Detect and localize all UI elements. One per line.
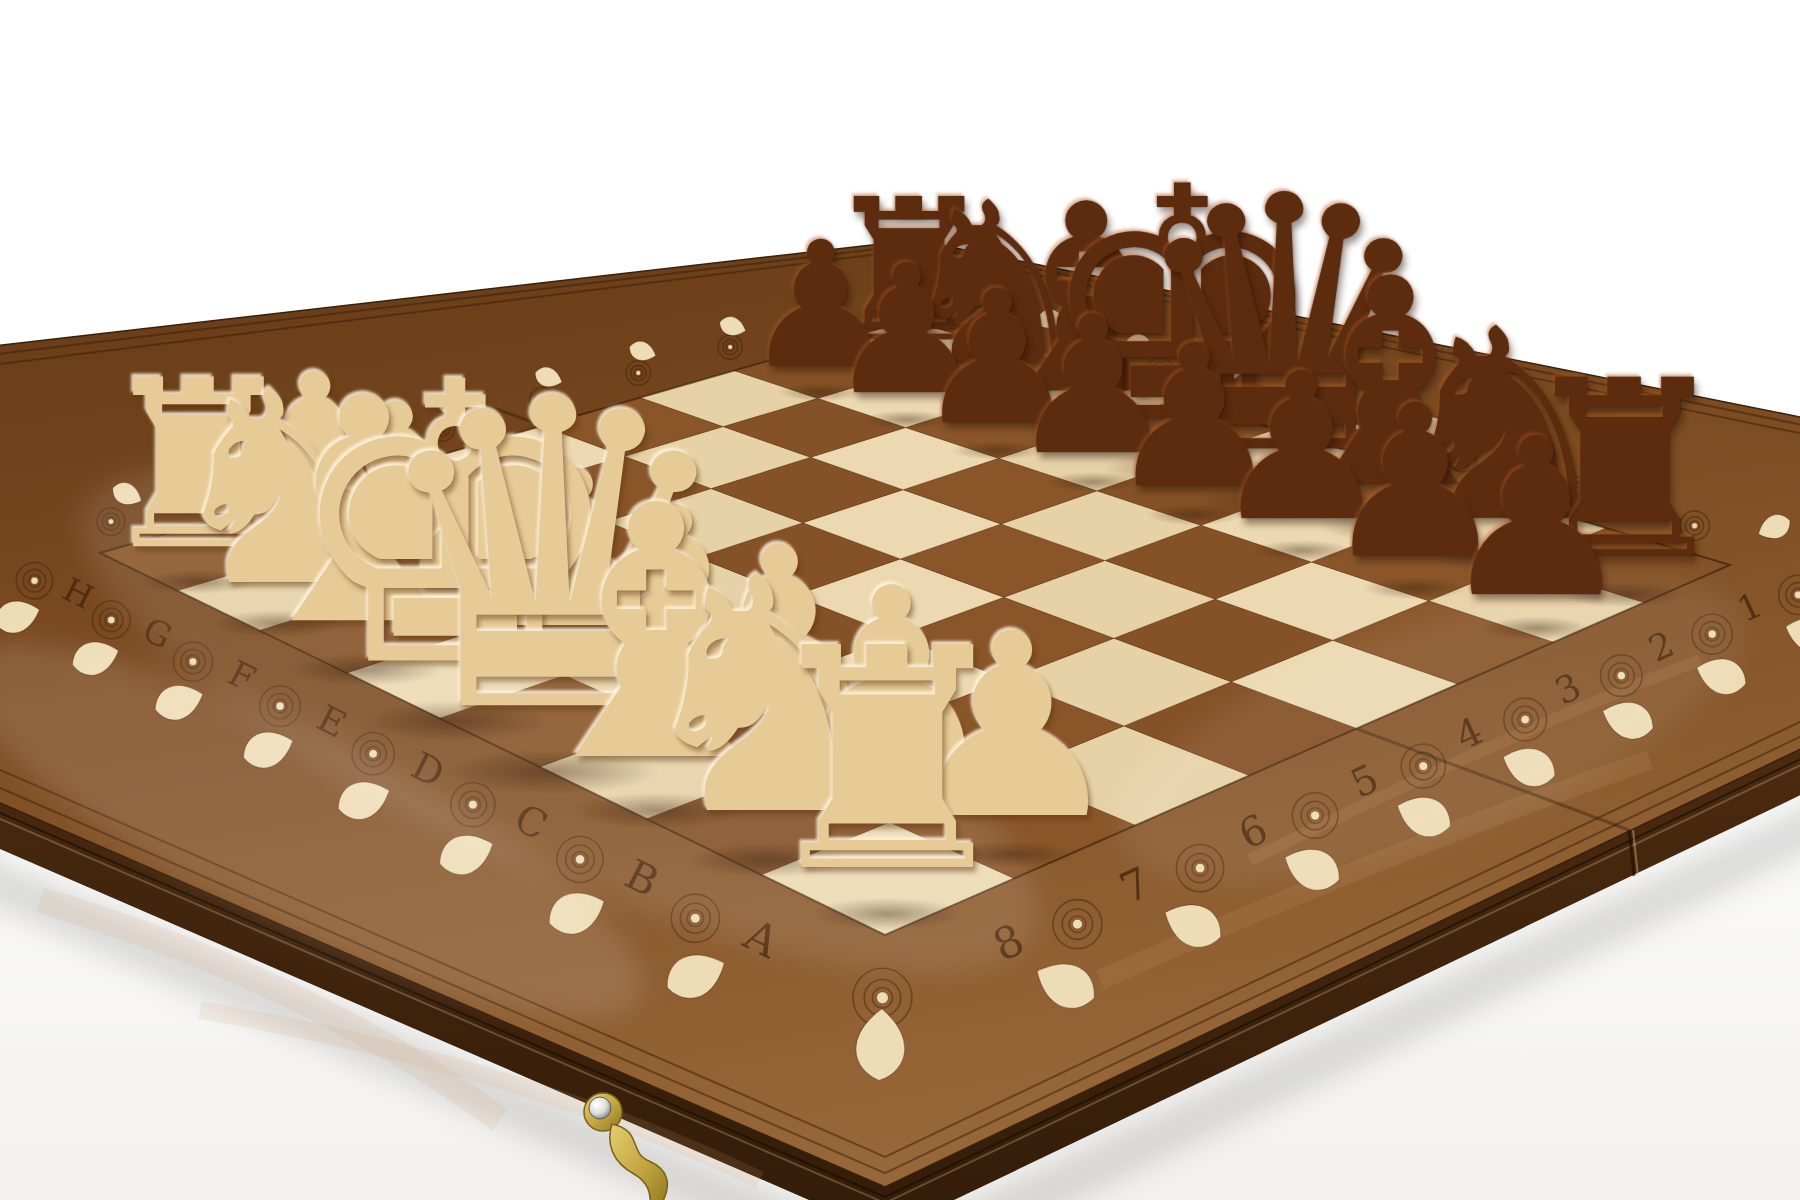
piece-glyph: ♟ [1438,410,1633,628]
piece-white-rook-A8[interactable]: ♜ [751,608,1024,913]
photo-stage: chess ABCDEFGH87654321 ♜♟♞♟♝♟♚♟♛♟♝♟♟♞♜♟♟… [0,0,1800,1200]
pieces-layer: ♜♟♞♟♝♟♚♟♛♟♝♟♟♞♜♟♟♜♞♟♟♝♟♚♟♛♟♝♟♞♟♜ [0,0,1800,1200]
piece-black-pawn-A2[interactable]: ♟ [1438,410,1633,628]
piece-glyph: ♜ [751,608,1024,913]
